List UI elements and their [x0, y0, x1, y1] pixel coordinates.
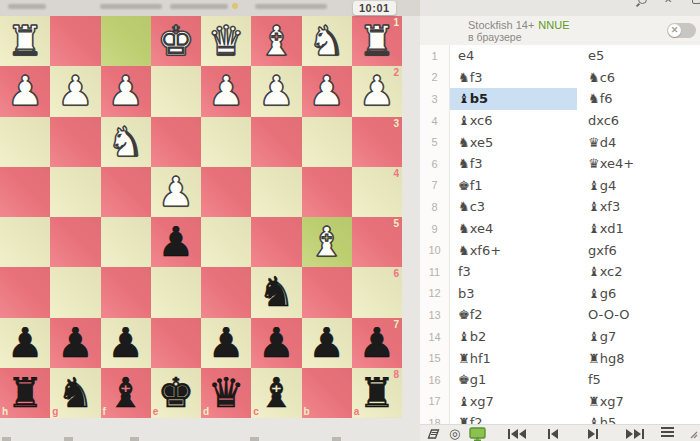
move-row: 9♞xe4♝xd1 [420, 218, 700, 240]
move-number: 5 [420, 131, 450, 153]
move-number: 16 [420, 369, 450, 391]
chess-board[interactable]: ♜♚♛♝♞♜1♟♟♟♟♟♟♟2♞3♟4♟♝5♞6♟♟♟♟♟♟♟7♜h♞g♝f♚e… [0, 16, 402, 418]
square-c5[interactable] [251, 217, 301, 267]
move-black[interactable]: e5 [577, 45, 700, 67]
square-b8[interactable]: b [302, 368, 352, 418]
file-label: h [2, 406, 8, 417]
square-e7[interactable] [151, 318, 201, 368]
square-e2[interactable] [151, 66, 201, 116]
opening-book-icon[interactable] [426, 427, 440, 441]
square-d4[interactable] [201, 167, 251, 217]
file-label: c [253, 406, 259, 417]
white-n-piece[interactable]: ♞ [302, 16, 352, 66]
skip-to-end-button[interactable] [626, 427, 644, 441]
rank-label: 7 [393, 319, 399, 330]
square-g7[interactable]: ♟ [50, 318, 100, 368]
rank-label: 6 [393, 268, 399, 279]
square-h2[interactable]: ♟ [0, 66, 50, 116]
square-g8[interactable]: ♞g [50, 368, 100, 418]
square-g2[interactable]: ♟ [50, 66, 100, 116]
square-g1[interactable] [50, 16, 100, 66]
move-black[interactable]: ♝xd1 [577, 218, 700, 240]
white-r-piece[interactable]: ♜ [0, 16, 50, 66]
move-white[interactable]: ♞f3 [450, 67, 577, 89]
square-f5[interactable] [101, 217, 151, 267]
square-e5[interactable]: ♟ [151, 217, 201, 267]
move-white[interactable]: ♝b5 [450, 88, 577, 110]
move-row: 3♝b5♞f6 [420, 88, 700, 110]
square-b1[interactable]: ♞ [302, 16, 352, 66]
move-row: 5♞xe5♛d4 [420, 131, 700, 153]
move-number: 4 [420, 110, 450, 132]
move-black[interactable]: ♝xc2 [577, 261, 700, 283]
square-c2[interactable]: ♟ [251, 66, 301, 116]
move-black[interactable]: ♞f6 [577, 88, 700, 110]
move-row: 2♞f3♞c6 [420, 67, 700, 89]
white-n-piece[interactable]: ♞ [101, 117, 151, 167]
tool-icon[interactable] [692, 0, 700, 4]
move-white[interactable]: ♞f3 [450, 153, 577, 175]
engine-toggle[interactable]: ✕ [667, 23, 696, 38]
move-number: 13 [420, 304, 450, 326]
board-resize-handle[interactable] [688, 429, 698, 439]
square-b4[interactable] [302, 167, 352, 217]
square-d3[interactable] [201, 117, 251, 167]
engine-name: Stockfish 14+ [468, 19, 534, 31]
move-black[interactable]: ♛xe4+ [577, 153, 700, 175]
panel-top-gap: ✕ [420, 0, 700, 16]
white-b-piece[interactable]: ♝ [302, 217, 352, 267]
square-c6[interactable]: ♞ [251, 267, 301, 317]
square-h5[interactable] [0, 217, 50, 267]
square-f1[interactable] [101, 16, 151, 66]
move-black[interactable]: ♜hg8 [577, 347, 700, 369]
move-white[interactable]: ♞xe4 [450, 218, 577, 240]
move-white[interactable]: ♜f2 [450, 412, 577, 424]
blurred-text [170, 4, 228, 9]
move-black[interactable]: ♛d4 [577, 131, 700, 153]
white-p-piece[interactable]: ♟ [302, 66, 352, 116]
rank-label: 1 [393, 17, 399, 28]
square-f8[interactable]: ♝f [101, 368, 151, 418]
move-white[interactable]: ♞xf6+ [450, 239, 577, 261]
black-p-piece[interactable]: ♟ [201, 318, 251, 368]
rank-label: 8 [393, 369, 399, 380]
square-e3[interactable] [151, 117, 201, 167]
move-row: 14♝b2♝g7 [420, 326, 700, 348]
black-p-piece[interactable]: ♟ [101, 318, 151, 368]
blurred-text [332, 437, 341, 441]
move-number: 15 [420, 347, 450, 369]
move-white[interactable]: f3 [450, 261, 577, 283]
move-row: 8♞c3♝xf3 [420, 196, 700, 218]
rank-label: 3 [393, 118, 399, 129]
black-p-piece[interactable]: ♟ [251, 318, 301, 368]
square-d2[interactable]: ♟ [201, 66, 251, 116]
square-e1[interactable]: ♚ [151, 16, 201, 66]
file-label: d [203, 406, 209, 417]
rank-label: 4 [393, 168, 399, 179]
computer-monitor-icon[interactable] [469, 427, 486, 441]
square-g4[interactable] [50, 167, 100, 217]
move-number: 9 [420, 218, 450, 240]
square-a2[interactable]: ♟2 [352, 66, 402, 116]
close-icon[interactable]: ✕ [664, 0, 672, 5]
move-number: 2 [420, 67, 450, 89]
move-white[interactable]: ♜hf1 [450, 347, 577, 369]
skip-to-start-button[interactable] [508, 427, 526, 441]
square-g5[interactable] [50, 217, 100, 267]
white-k-piece[interactable]: ♚ [151, 16, 201, 66]
square-b6[interactable] [302, 267, 352, 317]
engine-header: Stockfish 14+NNUE в браузере ✕ [420, 16, 700, 46]
file-label: f [103, 406, 106, 417]
analysis-toolbar: ◎ [420, 424, 700, 441]
move-row: 17♝xg7♜xg7 [420, 391, 700, 413]
white-b-piece[interactable]: ♝ [251, 16, 301, 66]
move-black[interactable]: ♞c6 [577, 67, 700, 89]
move-black[interactable]: ♝g4 [577, 175, 700, 197]
square-b5[interactable]: ♝ [302, 217, 352, 267]
move-white[interactable]: ♚g1 [450, 369, 577, 391]
square-c1[interactable]: ♝ [251, 16, 301, 66]
engine-info: Stockfish 14+NNUE в браузере [468, 19, 570, 43]
square-b3[interactable] [302, 117, 352, 167]
square-d8[interactable]: ♛d [201, 368, 251, 418]
blurred-text [8, 4, 46, 9]
square-h8[interactable]: ♜h [0, 368, 50, 418]
square-a3[interactable]: 3 [352, 117, 402, 167]
move-black[interactable]: ♝g6 [577, 283, 700, 305]
square-d5[interactable] [201, 217, 251, 267]
move-row: 16♚g1f5 [420, 369, 700, 391]
square-d1[interactable]: ♛ [201, 16, 251, 66]
blurred-text [250, 437, 259, 441]
file-label: e [153, 406, 159, 417]
move-white[interactable]: ♞xe5 [450, 131, 577, 153]
blurred-text [64, 437, 73, 441]
move-black[interactable]: dxc6 [577, 110, 700, 132]
move-black[interactable]: gxf6 [577, 239, 700, 261]
move-number: 1 [420, 45, 450, 67]
file-label: a [354, 406, 360, 417]
black-p-piece[interactable]: ♟ [151, 217, 201, 267]
move-list: 1e4e52♞f3♞c63♝b5♞f64♝xc6dxc65♞xe5♛d46♞f3… [420, 45, 700, 424]
white-p-piece[interactable]: ♟ [201, 66, 251, 116]
square-a6[interactable]: 6 [352, 267, 402, 317]
move-black[interactable]: ♝xf3 [577, 196, 700, 218]
square-f2[interactable]: ♟ [101, 66, 151, 116]
move-row: 13♚f2O-O-O [420, 304, 700, 326]
move-white[interactable]: e4 [450, 45, 577, 67]
analysis-page: ♜♚♛♝♞♜1♟♟♟♟♟♟♟2♞3♟4♟♝5♞6♟♟♟♟♟♟♟7♜h♞g♝f♚e… [0, 0, 700, 441]
square-f7[interactable]: ♟ [101, 318, 151, 368]
move-row: 7♚f1♝g4 [420, 175, 700, 197]
search-icon[interactable] [638, 0, 647, 4]
square-h6[interactable] [0, 267, 50, 317]
menu-icon[interactable] [661, 427, 674, 441]
square-a8[interactable]: ♜8a [352, 368, 402, 418]
engine-toggle-knob[interactable]: ✕ [668, 24, 681, 37]
target-icon[interactable]: ◎ [449, 427, 460, 441]
square-g3[interactable] [50, 117, 100, 167]
blurred-text [255, 4, 327, 9]
move-number: 11 [420, 261, 450, 283]
analysis-panel: ✕ Stockfish 14+NNUE в браузере ✕ 1e4e52♞… [420, 0, 700, 441]
move-row: 18♜f2♝h5 [420, 412, 700, 424]
black-p-piece[interactable]: ♟ [302, 318, 352, 368]
square-e6[interactable] [151, 267, 201, 317]
move-white[interactable]: ♝xc6 [450, 110, 577, 132]
move-number: 8 [420, 196, 450, 218]
white-p-piece[interactable]: ♟ [101, 66, 151, 116]
blurred-text [2, 437, 11, 441]
black-p-piece[interactable]: ♟ [0, 318, 50, 368]
blurred-text [130, 437, 139, 441]
black-b-piece[interactable]: ♝ [101, 368, 151, 418]
file-label: g [52, 406, 58, 417]
square-a4[interactable]: 4 [352, 167, 402, 217]
engine-nnue-badge: NNUE [538, 19, 569, 31]
square-a1[interactable]: ♜1 [352, 16, 402, 66]
move-number: 12 [420, 283, 450, 305]
white-p-piece[interactable]: ♟ [50, 66, 100, 116]
move-black[interactable]: O-O-O [577, 304, 700, 326]
step-forward-button[interactable] [588, 427, 598, 441]
move-number: 17 [420, 391, 450, 413]
square-e8[interactable]: ♚e [151, 368, 201, 418]
move-white[interactable]: ♝xg7 [450, 391, 577, 413]
engine-subtitle: в браузере [468, 31, 570, 43]
move-white[interactable]: ♞c3 [450, 196, 577, 218]
move-number: 14 [420, 326, 450, 348]
step-back-button[interactable] [548, 427, 558, 441]
move-row: 1e4e5 [420, 45, 700, 67]
move-number: 10 [420, 239, 450, 261]
black-n-piece[interactable]: ♞ [251, 267, 301, 317]
square-h7[interactable]: ♟ [0, 318, 50, 368]
move-row: 10♞xf6+gxf6 [420, 239, 700, 261]
square-b2[interactable]: ♟ [302, 66, 352, 116]
file-label: b [304, 406, 310, 417]
square-e4[interactable]: ♟ [151, 167, 201, 217]
move-row: 4♝xc6dxc6 [420, 110, 700, 132]
square-h1[interactable]: ♜ [0, 16, 50, 66]
white-clock: 10:01 [353, 1, 396, 15]
square-a7[interactable]: ♟7 [352, 318, 402, 368]
square-b7[interactable]: ♟ [302, 318, 352, 368]
rank-label: 2 [393, 67, 399, 78]
square-c3[interactable] [251, 117, 301, 167]
rank-label: 5 [393, 218, 399, 229]
move-row: 12b3♝g6 [420, 283, 700, 305]
move-black[interactable]: ♝g7 [577, 326, 700, 348]
move-number: 6 [420, 153, 450, 175]
square-c4[interactable] [251, 167, 301, 217]
move-row: 15♜hf1♜hg8 [420, 347, 700, 369]
move-white[interactable]: b3 [450, 283, 577, 305]
bottom-blurred-strip [0, 418, 420, 441]
black-p-piece[interactable]: ♟ [50, 318, 100, 368]
move-row: 11f3♝xc2 [420, 261, 700, 283]
white-p-piece[interactable]: ♟ [251, 66, 301, 116]
square-f6[interactable] [101, 267, 151, 317]
square-c7[interactable]: ♟ [251, 318, 301, 368]
move-black[interactable]: f5 [577, 369, 700, 391]
square-g6[interactable] [50, 267, 100, 317]
square-a5[interactable]: 5 [352, 217, 402, 267]
white-p-piece[interactable]: ♟ [0, 66, 50, 116]
move-black[interactable]: ♜xg7 [577, 391, 700, 413]
move-black[interactable]: ♝h5 [577, 412, 700, 424]
square-h3[interactable] [0, 117, 50, 167]
square-f3[interactable]: ♞ [101, 117, 151, 167]
square-h4[interactable] [0, 167, 50, 217]
move-number: 7 [420, 175, 450, 197]
square-d7[interactable]: ♟ [201, 318, 251, 368]
blurred-text [100, 4, 162, 9]
square-c8[interactable]: ♝c [251, 368, 301, 418]
move-white[interactable]: ♚f1 [450, 175, 577, 197]
move-number: 18 [420, 412, 450, 424]
blurred-favicon [232, 3, 238, 9]
move-white[interactable]: ♝b2 [450, 326, 577, 348]
move-white[interactable]: ♚f2 [450, 304, 577, 326]
white-p-piece[interactable]: ♟ [151, 167, 201, 217]
white-q-piece[interactable]: ♛ [201, 16, 251, 66]
square-f4[interactable] [101, 167, 151, 217]
move-number: 3 [420, 88, 450, 110]
move-row: 6♞f3♛xe4+ [420, 153, 700, 175]
square-d6[interactable] [201, 267, 251, 317]
